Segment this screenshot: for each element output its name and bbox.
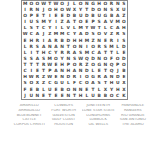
word-list-item: RIO GRANDE	[117, 114, 149, 118]
word-list-item: COWBOYS	[47, 104, 79, 108]
word-list-item: OIL WELLS	[82, 123, 115, 127]
word-list-item: GULF COAST	[47, 118, 79, 122]
word-list-item: JUNETEENTH	[82, 104, 115, 108]
word-list-item: LONGHORNS	[82, 114, 115, 118]
word-list-item: RANGERS	[117, 109, 149, 113]
word-list-item: ARMADILLO	[13, 109, 45, 113]
word-list-item: PANHANDLE	[117, 104, 149, 108]
word-list: AMARILLOARMADILLOBLUEBONNETCATTLECORPUS …	[13, 104, 149, 127]
word-list-item: FORT WORTH	[47, 109, 79, 113]
word-list-item: BLUEBONNET	[13, 114, 45, 118]
footer: www.WordSearchAddict.com	[0, 139, 150, 150]
word-list-item: THE ALAMO	[117, 123, 149, 127]
word-list-item: CATTLE	[13, 118, 45, 122]
word-list-column: JUNETEENTHLONE STAR STATELONGHORNSLUBBOC…	[82, 104, 115, 127]
word-list-column: AMARILLOARMADILLOBLUEBONNETCATTLECORPUS …	[13, 104, 45, 127]
word-list-item: CORPUS CHRISTI	[13, 123, 45, 127]
word-list-column: PANHANDLERANGERSRIO GRANDESAN ANTONIOTHE…	[117, 104, 149, 127]
word-list-item: LONE STAR STATE	[82, 109, 115, 113]
word-list-item: SAN ANTONIO	[117, 118, 149, 122]
grid-cell[interactable]: K	[121, 93, 127, 99]
word-list-item: AMARILLO	[13, 104, 45, 108]
word-list-item: LUBBOCK	[82, 118, 115, 122]
word-list-column: COWBOYSFORT WORTHGALVESTONGULF COASTHOUS…	[47, 104, 79, 127]
word-search-grid: MOOWTWOJLONGHORNSIRNJOHOWXYTDONSXUOPETIE…	[21, 0, 128, 100]
word-list-item: GALVESTON	[47, 114, 79, 118]
word-list-item: HOUSTON	[47, 123, 79, 127]
